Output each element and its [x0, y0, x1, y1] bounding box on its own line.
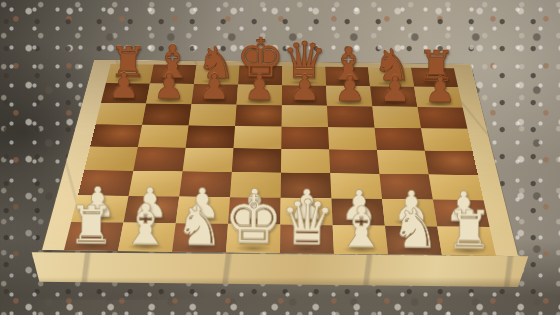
white-king: ♚ [223, 189, 283, 252]
brown-pawn: ♟ [153, 70, 185, 104]
square-f4 [329, 149, 379, 173]
square-c6 [189, 104, 237, 126]
square-d7: ♟ [237, 85, 282, 106]
square-h4 [425, 151, 478, 175]
square-d1: ♚ [226, 224, 280, 253]
square-g6 [372, 106, 421, 128]
white-rook: ♜ [446, 205, 493, 255]
square-e5 [281, 126, 329, 149]
square-a7: ♟ [101, 83, 150, 104]
square-e7: ♟ [282, 85, 327, 106]
square-f7: ♟ [326, 86, 372, 107]
square-a1: ♜ [64, 222, 123, 251]
white-knight: ♞ [391, 203, 440, 255]
white-rook: ♜ [68, 201, 115, 251]
square-b6 [142, 104, 191, 126]
square-f1: ♝ [333, 225, 388, 254]
square-h5 [421, 128, 473, 151]
square-e6 [282, 105, 328, 127]
square-b5 [138, 125, 189, 148]
square-c7: ♟ [191, 84, 238, 105]
square-d6 [235, 105, 282, 127]
brown-pawn: ♟ [198, 70, 230, 104]
square-c4 [183, 148, 234, 172]
square-c5 [186, 125, 235, 148]
square-g5 [375, 128, 425, 151]
square-f5 [328, 127, 377, 150]
square-f6 [327, 106, 374, 128]
square-e4 [281, 149, 330, 173]
gravel-ground-photo: ♜♝♞♚♛♝♞♜♟♟♟♟♟♟♟♟♟♟♟♟♟♟♟♟♜♝♞♚♛♝♞♜ [0, 0, 560, 315]
square-c1: ♞ [172, 223, 228, 252]
square-b4 [133, 147, 185, 171]
white-bishop: ♝ [120, 197, 171, 251]
square-g1: ♞ [385, 226, 442, 255]
square-h6 [417, 107, 467, 129]
brown-pawn: ♟ [243, 71, 275, 105]
square-e1: ♛ [280, 225, 334, 254]
board-grid: ♜♝♞♚♛♝♞♜♟♟♟♟♟♟♟♟♟♟♟♟♟♟♟♟♜♝♞♚♛♝♞♜ [64, 64, 496, 256]
brown-pawn: ♟ [424, 73, 456, 107]
square-d4 [232, 148, 282, 172]
white-bishop: ♝ [336, 200, 387, 254]
square-h1: ♜ [437, 226, 496, 255]
white-knight: ♞ [175, 200, 224, 252]
board-frame: ♜♝♞♚♛♝♞♜♟♟♟♟♟♟♟♟♟♟♟♟♟♟♟♟♜♝♞♚♛♝♞♜ [42, 60, 518, 256]
brown-pawn: ♟ [379, 73, 411, 107]
square-d5 [233, 126, 281, 149]
brown-pawn: ♟ [334, 72, 366, 106]
square-a5 [90, 124, 142, 147]
brown-pawn: ♟ [289, 72, 321, 106]
square-b7: ♟ [146, 84, 194, 105]
square-h7: ♟ [414, 87, 463, 108]
square-a4 [84, 147, 138, 171]
square-g7: ♟ [370, 86, 417, 107]
square-g4 [377, 150, 429, 174]
brown-pawn: ♟ [108, 69, 140, 103]
white-queen: ♛ [279, 194, 335, 254]
square-b1: ♝ [118, 223, 176, 252]
square-a6 [96, 103, 147, 125]
